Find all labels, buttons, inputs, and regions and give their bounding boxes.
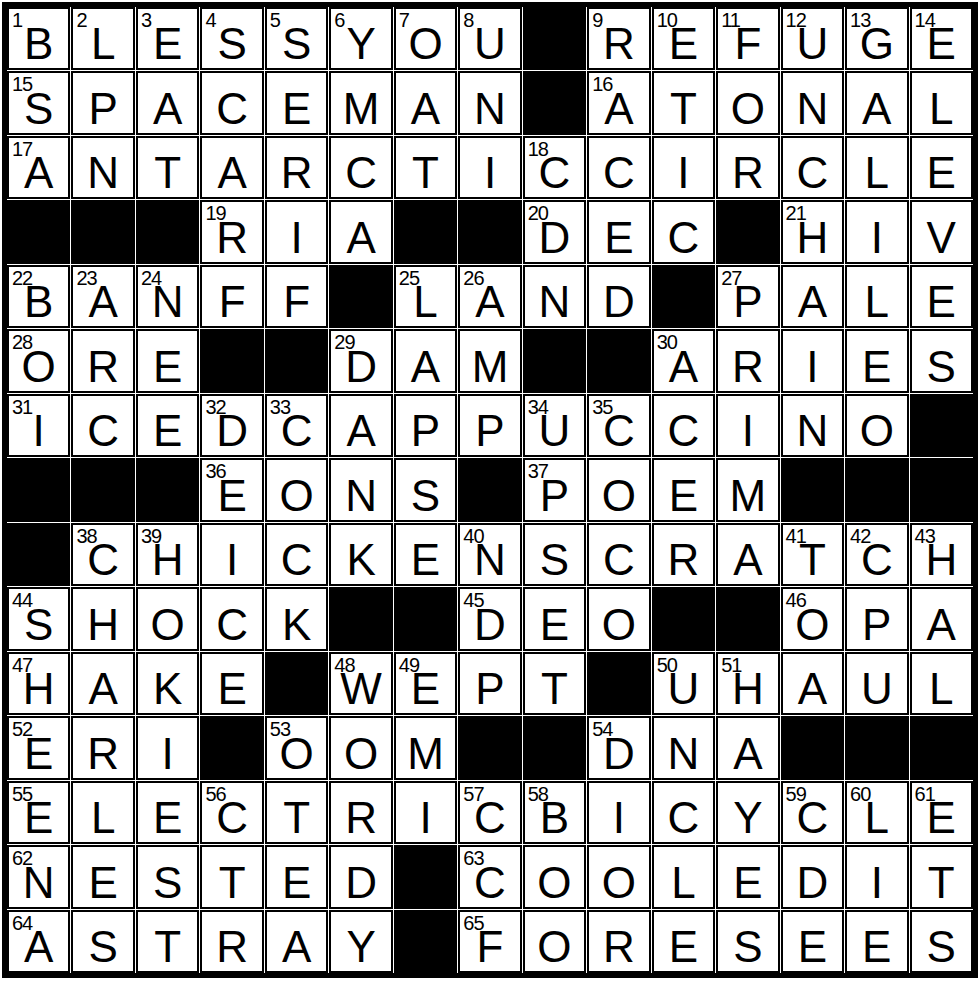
letter-cell[interactable]: A: [265, 910, 328, 973]
letter-cell[interactable]: A: [200, 136, 263, 199]
cell-letter: V: [912, 202, 971, 261]
letter-cell[interactable]: K: [265, 587, 328, 650]
letter-cell[interactable]: N: [458, 71, 521, 134]
cell-letter: P: [718, 267, 777, 326]
cell-letter: E: [73, 847, 132, 906]
letter-cell[interactable]: 18C: [523, 136, 586, 199]
cell-letter: A: [654, 331, 713, 390]
cell-letter: B: [525, 783, 584, 842]
letter-cell[interactable]: E: [523, 587, 586, 650]
letter-cell[interactable]: 19R: [200, 200, 263, 263]
letter-cell[interactable]: C: [781, 136, 844, 199]
letter-cell[interactable]: S: [136, 845, 199, 908]
letter-cell[interactable]: 55E: [7, 781, 70, 844]
cell-letter: I: [460, 138, 519, 197]
cell-letter: K: [138, 654, 197, 713]
cell-letter: E: [9, 718, 68, 777]
letter-cell[interactable]: A: [329, 200, 392, 263]
letter-cell[interactable]: R: [329, 781, 392, 844]
letter-cell[interactable]: O: [329, 716, 392, 779]
cell-letter: R: [654, 525, 713, 584]
cell-letter: N: [460, 73, 519, 132]
letter-cell[interactable]: A: [716, 523, 779, 586]
letter-cell[interactable]: I: [781, 329, 844, 392]
letter-cell[interactable]: 57C: [458, 781, 521, 844]
cell-letter: A: [9, 138, 68, 197]
letter-cell[interactable]: F: [200, 265, 263, 328]
cell-letter: A: [73, 654, 132, 713]
cell-letter: U: [847, 654, 906, 713]
letter-cell[interactable]: 10E: [652, 7, 715, 70]
cell-letter: E: [138, 331, 197, 390]
cell-letter: O: [9, 331, 68, 390]
letter-cell[interactable]: E: [394, 523, 457, 586]
letter-cell[interactable]: Y: [716, 781, 779, 844]
letter-cell[interactable]: L: [845, 136, 908, 199]
letter-cell[interactable]: L: [910, 652, 973, 715]
letter-cell[interactable]: I: [136, 716, 199, 779]
letter-cell[interactable]: I: [265, 200, 328, 263]
block-cell: [716, 587, 779, 650]
cell-letter: C: [460, 783, 519, 842]
letter-cell[interactable]: 30A: [652, 329, 715, 392]
letter-cell[interactable]: 48W: [329, 652, 392, 715]
letter-cell[interactable]: O: [265, 458, 328, 521]
block-cell: [136, 458, 199, 521]
letter-cell[interactable]: C: [587, 136, 650, 199]
letter-cell[interactable]: 40N: [458, 523, 521, 586]
letter-cell[interactable]: 36E: [200, 458, 263, 521]
letter-cell[interactable]: 9R: [587, 7, 650, 70]
letter-cell[interactable]: 23A: [71, 265, 134, 328]
letter-cell[interactable]: 58B: [523, 781, 586, 844]
letter-cell[interactable]: L: [845, 265, 908, 328]
letter-cell[interactable]: 52E: [7, 716, 70, 779]
letter-cell[interactable]: 38C: [71, 523, 134, 586]
letter-cell[interactable]: I: [845, 845, 908, 908]
letter-cell[interactable]: 8U: [458, 7, 521, 70]
letter-cell[interactable]: F: [265, 265, 328, 328]
letter-cell[interactable]: A: [71, 652, 134, 715]
letter-cell[interactable]: K: [329, 523, 392, 586]
cell-letter: S: [718, 912, 777, 971]
cell-letter: T: [202, 847, 261, 906]
cell-letter: B: [9, 9, 68, 68]
letter-cell[interactable]: S: [523, 523, 586, 586]
block-cell: [394, 910, 457, 973]
cell-letter: E: [138, 396, 197, 455]
letter-cell[interactable]: R: [71, 716, 134, 779]
letter-cell[interactable]: E: [652, 458, 715, 521]
letter-cell[interactable]: E: [716, 845, 779, 908]
letter-cell[interactable]: T: [200, 845, 263, 908]
cell-letter: P: [525, 460, 584, 519]
letter-cell[interactable]: O: [587, 845, 650, 908]
letter-cell[interactable]: P: [458, 652, 521, 715]
cell-letter: O: [783, 589, 842, 648]
cell-letter: E: [9, 783, 68, 842]
letter-cell[interactable]: C: [652, 394, 715, 457]
letter-cell[interactable]: S: [910, 910, 973, 973]
letter-cell[interactable]: A: [394, 71, 457, 134]
cell-letter: E: [654, 912, 713, 971]
letter-cell[interactable]: R: [652, 523, 715, 586]
cell-letter: N: [783, 73, 842, 132]
cell-letter: N: [331, 460, 390, 519]
cell-letter: H: [783, 202, 842, 261]
cell-letter: O: [267, 718, 326, 777]
letter-cell[interactable]: O: [136, 587, 199, 650]
cell-letter: D: [202, 396, 261, 455]
letter-cell[interactable]: R: [716, 136, 779, 199]
block-cell: [910, 458, 973, 521]
letter-cell[interactable]: C: [265, 523, 328, 586]
letter-cell[interactable]: 31I: [7, 394, 70, 457]
cell-letter: E: [202, 654, 261, 713]
letter-cell[interactable]: 47H: [7, 652, 70, 715]
cell-letter: A: [847, 73, 906, 132]
cell-letter: I: [267, 202, 326, 261]
letter-cell[interactable]: P: [845, 587, 908, 650]
cell-letter: S: [912, 912, 971, 971]
cell-letter: I: [847, 847, 906, 906]
block-cell: [781, 458, 844, 521]
letter-cell[interactable]: E: [265, 845, 328, 908]
letter-cell[interactable]: T: [265, 781, 328, 844]
letter-cell[interactable]: 24N: [136, 265, 199, 328]
cell-letter: U: [654, 654, 713, 713]
letter-cell[interactable]: V: [910, 200, 973, 263]
letter-cell[interactable]: A: [136, 71, 199, 134]
cell-letter: I: [202, 525, 261, 584]
letter-cell[interactable]: I: [587, 781, 650, 844]
cell-letter: A: [331, 396, 390, 455]
letter-cell[interactable]: I: [845, 200, 908, 263]
letter-cell[interactable]: U: [845, 652, 908, 715]
letter-cell[interactable]: 34U: [523, 394, 586, 457]
letter-cell[interactable]: M: [458, 329, 521, 392]
letter-cell[interactable]: C: [652, 200, 715, 263]
cell-letter: A: [396, 331, 455, 390]
letter-cell[interactable]: D: [587, 265, 650, 328]
letter-cell[interactable]: A: [845, 71, 908, 134]
cell-letter: K: [267, 589, 326, 648]
letter-cell[interactable]: 28O: [7, 329, 70, 392]
letter-cell[interactable]: R: [71, 329, 134, 392]
letter-cell[interactable]: I: [200, 523, 263, 586]
block-cell: [652, 587, 715, 650]
cell-letter: Y: [331, 912, 390, 971]
letter-cell[interactable]: 1B: [7, 7, 70, 70]
letter-cell[interactable]: 44S: [7, 587, 70, 650]
cell-letter: L: [912, 73, 971, 132]
letter-cell[interactable]: 59C: [781, 781, 844, 844]
letter-cell[interactable]: A: [329, 394, 392, 457]
letter-cell[interactable]: E: [652, 910, 715, 973]
letter-cell[interactable]: M: [394, 716, 457, 779]
letter-cell[interactable]: E: [71, 845, 134, 908]
letter-cell[interactable]: R: [587, 910, 650, 973]
cell-letter: A: [331, 202, 390, 261]
cell-letter: A: [783, 267, 842, 326]
letter-cell[interactable]: 29D: [329, 329, 392, 392]
cell-letter: E: [912, 138, 971, 197]
cell-letter: O: [589, 460, 648, 519]
block-cell: [7, 200, 70, 263]
block-cell: [329, 587, 392, 650]
letter-cell[interactable]: O: [587, 458, 650, 521]
letter-cell[interactable]: 14E: [910, 7, 973, 70]
cell-letter: A: [138, 73, 197, 132]
letter-cell[interactable]: A: [781, 652, 844, 715]
letter-cell[interactable]: E: [910, 136, 973, 199]
letter-cell[interactable]: 60L: [845, 781, 908, 844]
letter-cell[interactable]: T: [652, 71, 715, 134]
letter-cell[interactable]: 62N: [7, 845, 70, 908]
letter-cell[interactable]: 61E: [910, 781, 973, 844]
letter-cell[interactable]: 63C: [458, 845, 521, 908]
letter-cell[interactable]: 41T: [781, 523, 844, 586]
letter-cell[interactable]: 3E: [136, 7, 199, 70]
cell-letter: L: [847, 267, 906, 326]
cell-letter: R: [267, 138, 326, 197]
letter-cell[interactable]: 35C: [587, 394, 650, 457]
cell-letter: I: [9, 396, 68, 455]
cell-letter: R: [202, 202, 261, 261]
cell-letter: R: [73, 331, 132, 390]
block-cell: [845, 716, 908, 779]
letter-cell[interactable]: O: [523, 910, 586, 973]
letter-cell[interactable]: 6Y: [329, 7, 392, 70]
letter-cell[interactable]: E: [136, 781, 199, 844]
letter-cell[interactable]: R: [265, 136, 328, 199]
letter-cell[interactable]: N: [781, 71, 844, 134]
letter-cell[interactable]: 5S: [265, 7, 328, 70]
letter-cell[interactable]: E: [587, 200, 650, 263]
cell-letter: E: [267, 847, 326, 906]
letter-cell[interactable]: R: [200, 910, 263, 973]
letter-cell[interactable]: T: [394, 136, 457, 199]
letter-cell[interactable]: M: [716, 458, 779, 521]
letter-cell[interactable]: N: [523, 265, 586, 328]
letter-cell[interactable]: L: [71, 781, 134, 844]
letter-cell[interactable]: 45D: [458, 587, 521, 650]
cell-letter: E: [847, 912, 906, 971]
cell-letter: C: [460, 847, 519, 906]
letter-cell[interactable]: 15S: [7, 71, 70, 134]
block-cell: [136, 200, 199, 263]
letter-cell[interactable]: 21H: [781, 200, 844, 263]
letter-cell[interactable]: 51H: [716, 652, 779, 715]
block-cell: [523, 716, 586, 779]
cell-letter: R: [718, 331, 777, 390]
cell-letter: S: [202, 9, 261, 68]
cell-letter: L: [654, 847, 713, 906]
letter-cell[interactable]: 13G: [845, 7, 908, 70]
cell-letter: S: [267, 9, 326, 68]
letter-cell[interactable]: S: [910, 329, 973, 392]
block-cell: [329, 265, 392, 328]
letter-cell[interactable]: I: [652, 136, 715, 199]
block-cell: [7, 523, 70, 586]
cell-letter: F: [267, 267, 326, 326]
letter-cell[interactable]: C: [329, 136, 392, 199]
letter-cell[interactable]: O: [716, 71, 779, 134]
letter-cell[interactable]: H: [71, 587, 134, 650]
cell-letter: I: [847, 202, 906, 261]
cell-letter: E: [138, 9, 197, 68]
letter-cell[interactable]: E: [136, 394, 199, 457]
letter-cell[interactable]: C: [71, 394, 134, 457]
cell-letter: D: [589, 267, 648, 326]
letter-cell[interactable]: 65F: [458, 910, 521, 973]
letter-cell[interactable]: E: [910, 265, 973, 328]
cell-letter: N: [9, 847, 68, 906]
cell-letter: I: [138, 718, 197, 777]
block-cell: [265, 329, 328, 392]
letter-cell[interactable]: T: [523, 652, 586, 715]
letter-cell[interactable]: N: [329, 458, 392, 521]
letter-cell[interactable]: 16A: [587, 71, 650, 134]
cell-letter: F: [202, 267, 261, 326]
letter-cell[interactable]: R: [716, 329, 779, 392]
letter-cell[interactable]: Y: [329, 910, 392, 973]
letter-cell[interactable]: 56C: [200, 781, 263, 844]
letter-cell[interactable]: C: [652, 781, 715, 844]
letter-cell[interactable]: 42C: [845, 523, 908, 586]
cell-letter: R: [331, 783, 390, 842]
letter-cell[interactable]: 22B: [7, 265, 70, 328]
letter-cell[interactable]: T: [136, 910, 199, 973]
letter-cell[interactable]: D: [781, 845, 844, 908]
letter-cell[interactable]: E: [265, 71, 328, 134]
block-cell: [523, 329, 586, 392]
cell-letter: H: [138, 525, 197, 584]
letter-cell[interactable]: I: [716, 394, 779, 457]
letter-cell[interactable]: N: [71, 136, 134, 199]
letter-cell[interactable]: S: [71, 910, 134, 973]
letter-cell[interactable]: 17A: [7, 136, 70, 199]
letter-cell[interactable]: 46O: [781, 587, 844, 650]
letter-cell[interactable]: K: [136, 652, 199, 715]
cell-letter: R: [589, 9, 648, 68]
letter-cell[interactable]: 20D: [523, 200, 586, 263]
letter-cell[interactable]: 4S: [200, 7, 263, 70]
letter-cell[interactable]: 64A: [7, 910, 70, 973]
cell-letter: H: [9, 654, 68, 713]
letter-cell[interactable]: O: [587, 587, 650, 650]
letter-cell[interactable]: 7O: [394, 7, 457, 70]
letter-cell[interactable]: S: [394, 458, 457, 521]
letter-cell[interactable]: T: [136, 136, 199, 199]
letter-cell[interactable]: O: [523, 845, 586, 908]
block-cell: [71, 200, 134, 263]
letter-cell[interactable]: M: [329, 71, 392, 134]
letter-cell[interactable]: L: [910, 71, 973, 134]
letter-cell[interactable]: 32D: [200, 394, 263, 457]
letter-cell[interactable]: 12U: [781, 7, 844, 70]
cell-letter: T: [138, 138, 197, 197]
block-cell: [652, 265, 715, 328]
letter-cell[interactable]: 2L: [71, 7, 134, 70]
cell-letter: P: [460, 654, 519, 713]
cell-letter: N: [525, 267, 584, 326]
letter-cell[interactable]: S: [716, 910, 779, 973]
letter-cell[interactable]: E: [136, 329, 199, 392]
crossword-board: 1B2L3E4S5S6Y7O8U9R10E11F12U13G14E15SPACE…: [2, 2, 978, 978]
letter-cell[interactable]: E: [200, 652, 263, 715]
letter-cell[interactable]: 54D: [587, 716, 650, 779]
cell-letter: N: [654, 718, 713, 777]
letter-cell[interactable]: 39H: [136, 523, 199, 586]
letter-cell[interactable]: D: [329, 845, 392, 908]
letter-cell[interactable]: 26A: [458, 265, 521, 328]
letter-cell[interactable]: 50U: [652, 652, 715, 715]
cell-letter: D: [331, 331, 390, 390]
letter-cell[interactable]: T: [910, 845, 973, 908]
letter-cell[interactable]: 25L: [394, 265, 457, 328]
letter-cell[interactable]: E: [845, 329, 908, 392]
cell-letter: T: [654, 73, 713, 132]
cell-letter: E: [783, 912, 842, 971]
letter-cell[interactable]: P: [71, 71, 134, 134]
letter-cell[interactable]: A: [716, 716, 779, 779]
letter-cell[interactable]: C: [200, 587, 263, 650]
letter-cell[interactable]: A: [910, 587, 973, 650]
letter-cell[interactable]: E: [845, 910, 908, 973]
cell-letter: Y: [331, 9, 390, 68]
cell-letter: P: [460, 396, 519, 455]
letter-cell[interactable]: P: [458, 394, 521, 457]
letter-cell[interactable]: 11F: [716, 7, 779, 70]
letter-cell[interactable]: A: [781, 265, 844, 328]
cell-letter: C: [73, 525, 132, 584]
cell-letter: C: [525, 138, 584, 197]
letter-cell[interactable]: 49E: [394, 652, 457, 715]
letter-cell[interactable]: N: [781, 394, 844, 457]
letter-cell[interactable]: I: [458, 136, 521, 199]
cell-letter: T: [525, 654, 584, 713]
letter-cell[interactable]: 33C: [265, 394, 328, 457]
letter-cell[interactable]: A: [394, 329, 457, 392]
letter-cell[interactable]: 37P: [523, 458, 586, 521]
letter-cell[interactable]: I: [394, 781, 457, 844]
cell-letter: D: [460, 589, 519, 648]
letter-cell[interactable]: 27P: [716, 265, 779, 328]
letter-cell[interactable]: N: [652, 716, 715, 779]
cell-letter: E: [912, 9, 971, 68]
letter-cell[interactable]: P: [394, 394, 457, 457]
block-cell: [458, 200, 521, 263]
letter-cell[interactable]: 53O: [265, 716, 328, 779]
letter-cell[interactable]: L: [652, 845, 715, 908]
cell-letter: K: [331, 525, 390, 584]
cell-letter: W: [331, 654, 390, 713]
letter-cell[interactable]: C: [200, 71, 263, 134]
cell-letter: O: [589, 847, 648, 906]
letter-cell[interactable]: O: [845, 394, 908, 457]
cell-letter: O: [718, 73, 777, 132]
cell-letter: O: [525, 847, 584, 906]
cell-letter: U: [783, 9, 842, 68]
letter-cell[interactable]: E: [781, 910, 844, 973]
letter-cell[interactable]: C: [587, 523, 650, 586]
cell-letter: C: [847, 525, 906, 584]
cell-letter: C: [783, 783, 842, 842]
cell-letter: O: [331, 718, 390, 777]
cell-letter: I: [589, 783, 648, 842]
letter-cell[interactable]: 43H: [910, 523, 973, 586]
